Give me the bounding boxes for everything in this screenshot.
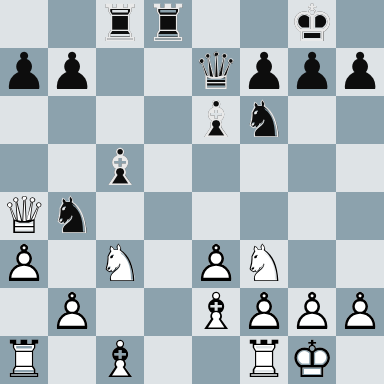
white-knight[interactable]: ♞♘ [240,240,288,288]
square-c4[interactable] [96,192,144,240]
square-f6[interactable]: ♞♘ [240,96,288,144]
square-a3[interactable]: ♟♙ [0,240,48,288]
square-h8[interactable] [336,0,384,48]
square-g1[interactable]: ♚♔ [288,336,336,384]
square-d1[interactable] [144,336,192,384]
black-rook[interactable]: ♜♖ [144,0,192,48]
square-e6[interactable]: ♝♗ [192,96,240,144]
square-a2[interactable] [0,288,48,336]
square-c6[interactable] [96,96,144,144]
square-h2[interactable]: ♟♙ [336,288,384,336]
black-bishop[interactable]: ♝♗ [192,96,240,144]
square-f1[interactable]: ♜♖ [240,336,288,384]
white-bishop[interactable]: ♝♗ [192,288,240,336]
square-g5[interactable] [288,144,336,192]
black-queen[interactable]: ♛♕ [192,48,240,96]
square-a8[interactable] [0,0,48,48]
square-h7[interactable]: ♟ [336,48,384,96]
white-queen[interactable]: ♛♕ [0,192,48,240]
white-pawn[interactable]: ♟♙ [0,240,48,288]
square-f8[interactable] [240,0,288,48]
chess-board: ♜♖♜♖♚♔♟♟♛♕♟♟♟♝♗♞♘♝♗♛♕♞♘♟♙♞♘♟♙♞♘♟♙♝♗♟♙♟♙♟… [0,0,384,384]
black-pawn[interactable]: ♟ [48,48,96,96]
square-h5[interactable] [336,144,384,192]
square-d2[interactable] [144,288,192,336]
square-h1[interactable] [336,336,384,384]
white-pawn[interactable]: ♟♙ [48,288,96,336]
square-b1[interactable] [48,336,96,384]
square-c3[interactable]: ♞♘ [96,240,144,288]
white-pawn[interactable]: ♟♙ [240,288,288,336]
square-a6[interactable] [0,96,48,144]
square-a7[interactable]: ♟ [0,48,48,96]
square-b8[interactable] [48,0,96,48]
black-rook[interactable]: ♜♖ [96,0,144,48]
white-king[interactable]: ♚♔ [288,336,336,384]
black-pawn[interactable]: ♟ [240,48,288,96]
square-d6[interactable] [144,96,192,144]
square-h4[interactable] [336,192,384,240]
square-b4[interactable]: ♞♘ [48,192,96,240]
black-knight[interactable]: ♞♘ [240,96,288,144]
white-rook[interactable]: ♜♖ [240,336,288,384]
square-h3[interactable] [336,240,384,288]
square-e2[interactable]: ♝♗ [192,288,240,336]
white-rook[interactable]: ♜♖ [0,336,48,384]
square-e8[interactable] [192,0,240,48]
white-pawn[interactable]: ♟♙ [336,288,384,336]
square-g8[interactable]: ♚♔ [288,0,336,48]
square-g4[interactable] [288,192,336,240]
black-pawn[interactable]: ♟ [0,48,48,96]
square-c8[interactable]: ♜♖ [96,0,144,48]
square-a1[interactable]: ♜♖ [0,336,48,384]
square-g3[interactable] [288,240,336,288]
square-d7[interactable] [144,48,192,96]
square-a5[interactable] [0,144,48,192]
square-e4[interactable] [192,192,240,240]
square-e1[interactable] [192,336,240,384]
square-h6[interactable] [336,96,384,144]
square-c1[interactable]: ♝♗ [96,336,144,384]
square-g6[interactable] [288,96,336,144]
square-b2[interactable]: ♟♙ [48,288,96,336]
square-c7[interactable] [96,48,144,96]
square-e7[interactable]: ♛♕ [192,48,240,96]
square-f4[interactable] [240,192,288,240]
square-d5[interactable] [144,144,192,192]
square-g7[interactable]: ♟ [288,48,336,96]
square-e3[interactable]: ♟♙ [192,240,240,288]
square-b3[interactable] [48,240,96,288]
square-f5[interactable] [240,144,288,192]
square-c5[interactable]: ♝♗ [96,144,144,192]
white-bishop[interactable]: ♝♗ [96,336,144,384]
square-b6[interactable] [48,96,96,144]
square-d4[interactable] [144,192,192,240]
white-knight[interactable]: ♞♘ [96,240,144,288]
square-d3[interactable] [144,240,192,288]
square-e5[interactable] [192,144,240,192]
square-f3[interactable]: ♞♘ [240,240,288,288]
black-pawn[interactable]: ♟ [288,48,336,96]
white-pawn[interactable]: ♟♙ [288,288,336,336]
black-bishop[interactable]: ♝♗ [96,144,144,192]
square-f2[interactable]: ♟♙ [240,288,288,336]
black-king[interactable]: ♚♔ [288,0,336,48]
square-b5[interactable] [48,144,96,192]
square-d8[interactable]: ♜♖ [144,0,192,48]
square-g2[interactable]: ♟♙ [288,288,336,336]
square-b7[interactable]: ♟ [48,48,96,96]
square-c2[interactable] [96,288,144,336]
black-knight[interactable]: ♞♘ [48,192,96,240]
white-pawn[interactable]: ♟♙ [192,240,240,288]
square-f7[interactable]: ♟ [240,48,288,96]
black-pawn[interactable]: ♟ [336,48,384,96]
square-a4[interactable]: ♛♕ [0,192,48,240]
